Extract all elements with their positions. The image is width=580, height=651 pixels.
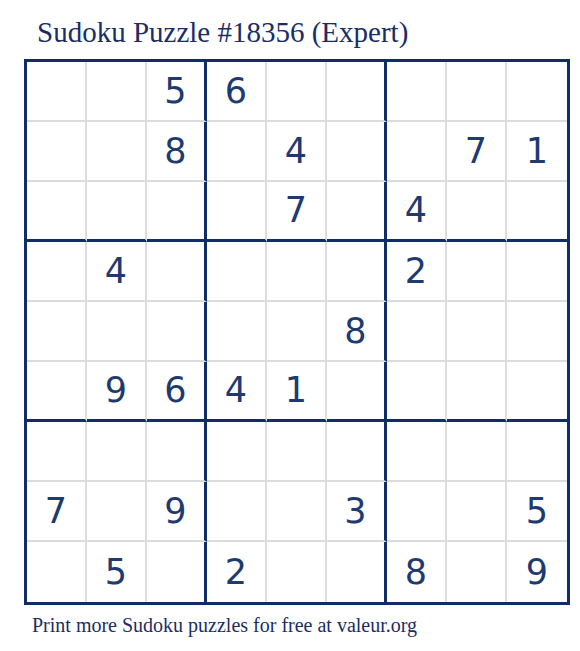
cell-r4c6-empty[interactable] — [327, 242, 387, 302]
cell-r4c3-empty[interactable] — [147, 242, 207, 302]
cell-r4c8-empty[interactable] — [447, 242, 507, 302]
cell-r2c3-given: 8 — [147, 122, 207, 182]
cell-r3c8-empty[interactable] — [447, 182, 507, 242]
cell-r9c1-empty[interactable] — [27, 542, 87, 602]
sudoku-board: 56847174428964179355289 — [24, 59, 570, 605]
cell-r7c3-empty[interactable] — [147, 422, 207, 482]
cell-r4c7-given: 2 — [387, 242, 447, 302]
cell-r9c3-empty[interactable] — [147, 542, 207, 602]
cell-r5c9-empty[interactable] — [507, 302, 567, 362]
cell-r8c1-given: 7 — [27, 482, 87, 542]
cell-r7c5-empty[interactable] — [267, 422, 327, 482]
cell-r1c8-empty[interactable] — [447, 62, 507, 122]
cell-r6c9-empty[interactable] — [507, 362, 567, 422]
cell-r8c8-empty[interactable] — [447, 482, 507, 542]
cell-r8c6-given: 3 — [327, 482, 387, 542]
cell-r6c4-given: 4 — [207, 362, 267, 422]
cell-r2c4-empty[interactable] — [207, 122, 267, 182]
cell-r5c8-empty[interactable] — [447, 302, 507, 362]
cell-r2c7-empty[interactable] — [387, 122, 447, 182]
cell-r2c8-given: 7 — [447, 122, 507, 182]
cell-r1c4-given: 6 — [207, 62, 267, 122]
cell-r7c4-empty[interactable] — [207, 422, 267, 482]
cell-r3c3-empty[interactable] — [147, 182, 207, 242]
cell-r1c7-empty[interactable] — [387, 62, 447, 122]
cell-r2c6-empty[interactable] — [327, 122, 387, 182]
cell-r1c5-empty[interactable] — [267, 62, 327, 122]
cell-r3c6-empty[interactable] — [327, 182, 387, 242]
cell-r8c4-empty[interactable] — [207, 482, 267, 542]
cell-r3c1-empty[interactable] — [27, 182, 87, 242]
footer-text: Print more Sudoku puzzles for free at va… — [32, 614, 417, 637]
cell-r7c2-empty[interactable] — [87, 422, 147, 482]
cell-r6c8-empty[interactable] — [447, 362, 507, 422]
cell-r5c4-empty[interactable] — [207, 302, 267, 362]
cell-r1c2-empty[interactable] — [87, 62, 147, 122]
cell-r5c6-given: 8 — [327, 302, 387, 362]
cell-r2c1-empty[interactable] — [27, 122, 87, 182]
cell-r1c3-given: 5 — [147, 62, 207, 122]
cell-r9c5-empty[interactable] — [267, 542, 327, 602]
page-title: Sudoku Puzzle #18356 (Expert) — [37, 16, 408, 49]
cell-r7c6-empty[interactable] — [327, 422, 387, 482]
cell-r5c1-empty[interactable] — [27, 302, 87, 362]
cell-r6c1-empty[interactable] — [27, 362, 87, 422]
cell-r8c2-empty[interactable] — [87, 482, 147, 542]
cell-r3c5-given: 7 — [267, 182, 327, 242]
cell-r4c4-empty[interactable] — [207, 242, 267, 302]
cell-r3c7-given: 4 — [387, 182, 447, 242]
cell-r8c3-given: 9 — [147, 482, 207, 542]
cell-r4c2-given: 4 — [87, 242, 147, 302]
cell-r2c5-given: 4 — [267, 122, 327, 182]
cell-r8c9-given: 5 — [507, 482, 567, 542]
cell-r8c5-empty[interactable] — [267, 482, 327, 542]
cell-r9c2-given: 5 — [87, 542, 147, 602]
cell-r8c7-empty[interactable] — [387, 482, 447, 542]
cell-r7c1-empty[interactable] — [27, 422, 87, 482]
cell-r9c9-given: 9 — [507, 542, 567, 602]
cell-r9c8-empty[interactable] — [447, 542, 507, 602]
cell-r9c4-given: 2 — [207, 542, 267, 602]
cell-r7c9-empty[interactable] — [507, 422, 567, 482]
cell-r5c2-empty[interactable] — [87, 302, 147, 362]
cell-r1c6-empty[interactable] — [327, 62, 387, 122]
cell-r6c7-empty[interactable] — [387, 362, 447, 422]
cell-r6c6-empty[interactable] — [327, 362, 387, 422]
cell-r1c9-empty[interactable] — [507, 62, 567, 122]
cell-r3c4-empty[interactable] — [207, 182, 267, 242]
cell-r6c5-given: 1 — [267, 362, 327, 422]
cell-r5c5-empty[interactable] — [267, 302, 327, 362]
cell-r7c7-empty[interactable] — [387, 422, 447, 482]
cell-r3c9-empty[interactable] — [507, 182, 567, 242]
cell-r9c7-given: 8 — [387, 542, 447, 602]
cell-r6c3-given: 6 — [147, 362, 207, 422]
cell-r7c8-empty[interactable] — [447, 422, 507, 482]
cell-r2c9-given: 1 — [507, 122, 567, 182]
cell-r4c1-empty[interactable] — [27, 242, 87, 302]
sudoku-page: Sudoku Puzzle #18356 (Expert) 5684717442… — [0, 0, 580, 651]
cell-r9c6-empty[interactable] — [327, 542, 387, 602]
cell-r5c7-empty[interactable] — [387, 302, 447, 362]
cell-r5c3-empty[interactable] — [147, 302, 207, 362]
cell-r3c2-empty[interactable] — [87, 182, 147, 242]
cell-r2c2-empty[interactable] — [87, 122, 147, 182]
cell-r4c9-empty[interactable] — [507, 242, 567, 302]
cell-r6c2-given: 9 — [87, 362, 147, 422]
cell-r4c5-empty[interactable] — [267, 242, 327, 302]
cell-r1c1-empty[interactable] — [27, 62, 87, 122]
